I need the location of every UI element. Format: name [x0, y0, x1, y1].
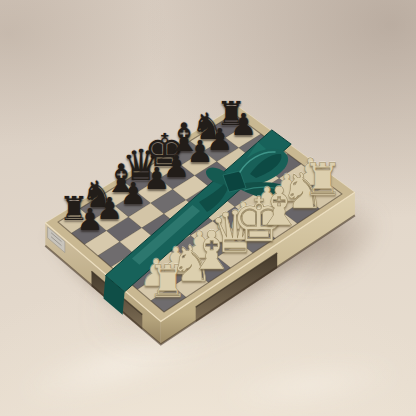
piece-black-rook: ♜: [216, 97, 246, 130]
board-cast-shadow: [231, 157, 416, 333]
square-h5: [252, 144, 288, 168]
board-edge-left: [45, 223, 161, 345]
square-h7: [226, 124, 262, 148]
piece-white-king: ♚: [232, 189, 287, 250]
chess-gift-scene: ♜♞♝♛♚♝♞♜♟♟♟♟♟♟♟♟♟♟♟♟♟♟♟♟♜♞♝♛♚♝♞♜: [0, 0, 416, 416]
square-b3: [146, 250, 182, 275]
square-f8: [168, 141, 203, 165]
piece-black-pawn: ♟: [119, 179, 146, 209]
square-a2: [138, 275, 174, 301]
square-e5: [186, 186, 222, 211]
piece-white-bishop: ♝: [188, 225, 236, 278]
square-a5: [98, 242, 133, 267]
piece-black-bishop: ♝: [104, 159, 139, 198]
handle-notch-left: [92, 271, 143, 329]
square-e7: [159, 165, 194, 189]
piece-white-pawn: ♟: [139, 255, 173, 292]
board-ambient-shadow: [10, 124, 399, 416]
piece-black-pawn: ♟: [163, 152, 190, 182]
piece-black-pawn: ♟: [206, 125, 233, 155]
square-c7: [115, 192, 150, 217]
square-f7: [181, 151, 217, 175]
piece-white-pawn: ♟: [226, 198, 260, 235]
square-c3: [169, 235, 205, 260]
square-b5: [120, 228, 156, 253]
piece-white-pawn: ♟: [294, 154, 328, 191]
chess-board: [0, 0, 416, 416]
square-c2: [182, 246, 218, 271]
square-c1: [195, 257, 231, 283]
piece-black-king: ♚: [144, 128, 185, 173]
square-g3: [257, 178, 293, 203]
ribbon-bow: [199, 142, 294, 212]
square-b2: [160, 261, 196, 287]
board-edge-right: [161, 192, 355, 344]
square-d5: [164, 200, 200, 225]
square-h8: [212, 114, 248, 138]
square-e6: [173, 175, 208, 200]
square-a3: [124, 264, 159, 290]
piece-black-knight: ♞: [81, 176, 114, 213]
piece-black-queen: ♛: [122, 145, 160, 188]
piece-white-rook: ♜: [302, 158, 342, 203]
square-a6: [85, 231, 120, 256]
square-h1: [306, 184, 342, 209]
square-d6: [151, 189, 186, 214]
square-c4: [155, 225, 190, 250]
piece-white-pawn: ♟: [159, 242, 193, 279]
square-g1: [284, 199, 320, 224]
square-d4: [177, 211, 213, 236]
piece-black-pawn: ♟: [76, 205, 103, 235]
square-c5: [142, 214, 178, 239]
square-b1: [173, 272, 209, 298]
square-f4: [222, 182, 258, 207]
piece-black-pawn: ♟: [186, 137, 213, 167]
square-h2: [293, 174, 329, 199]
pieces-layer: ♜♞♝♛♚♝♞♜♟♟♟♟♟♟♟♟♟♟♟♟♟♟♟♟♜♞♝♛♚♝♞♜: [0, 0, 416, 416]
square-b7: [93, 206, 128, 231]
piece-black-pawn: ♟: [143, 164, 170, 194]
square-g6: [217, 148, 253, 172]
piece-white-queen: ♛: [209, 205, 261, 263]
backdrop-light-streak: [177, 337, 416, 416]
square-b8: [80, 195, 115, 220]
board-rim: [45, 106, 355, 322]
square-b6: [107, 217, 142, 242]
square-d7: [137, 179, 173, 204]
board-contact-shadow: [5, 190, 194, 361]
square-h6: [239, 134, 275, 158]
piece-black-bishop: ♝: [167, 118, 202, 157]
square-f3: [235, 193, 271, 218]
piece-white-pawn: ♟: [270, 170, 304, 207]
piece-white-knight: ♞: [280, 167, 324, 217]
square-e1: [240, 228, 276, 253]
piece-black-pawn: ♟: [96, 194, 123, 224]
ribbon-wrap-edge: [104, 276, 125, 315]
piece-black-knight: ♞: [191, 109, 224, 146]
square-h3: [279, 164, 315, 188]
square-g5: [230, 158, 266, 182]
piece-white-bishop: ♝: [255, 180, 303, 233]
backdrop-light-streak: [0, 290, 274, 416]
square-g2: [271, 188, 307, 213]
handle-notch-right: [196, 253, 278, 322]
square-h4: [266, 154, 302, 178]
piece-black-rook: ♜: [59, 191, 89, 224]
piece-white-rook: ♜: [148, 260, 188, 305]
square-e2: [226, 217, 261, 242]
square-a4: [111, 253, 146, 278]
square-g8: [190, 128, 226, 152]
piece-white-pawn: ♟: [250, 183, 284, 220]
label-sticker: [48, 227, 65, 253]
square-d2: [204, 232, 240, 257]
ribbon-and-bow: [0, 0, 416, 416]
piece-white-pawn: ♟: [207, 211, 241, 248]
square-e4: [200, 196, 236, 221]
square-c6: [129, 203, 164, 228]
square-f1: [262, 213, 298, 238]
square-e3: [213, 207, 249, 232]
square-a1: [151, 286, 187, 312]
square-c8: [102, 182, 137, 206]
square-a8: [58, 209, 93, 234]
square-d8: [124, 168, 159, 192]
square-g7: [203, 138, 239, 162]
square-e8: [146, 155, 181, 179]
square-b4: [133, 239, 169, 264]
board-contact-shadow: [126, 147, 414, 373]
square-f2: [248, 203, 284, 228]
square-d3: [191, 221, 227, 246]
square-g4: [244, 168, 279, 193]
square-f6: [195, 162, 231, 186]
square-f5: [208, 172, 244, 197]
piece-white-knight: ♞: [169, 241, 213, 291]
square-d1: [217, 242, 253, 267]
piece-white-pawn: ♟: [183, 227, 217, 264]
ribbon-band: [106, 130, 292, 292]
piece-black-pawn: ♟: [230, 110, 257, 140]
square-a7: [71, 220, 106, 245]
